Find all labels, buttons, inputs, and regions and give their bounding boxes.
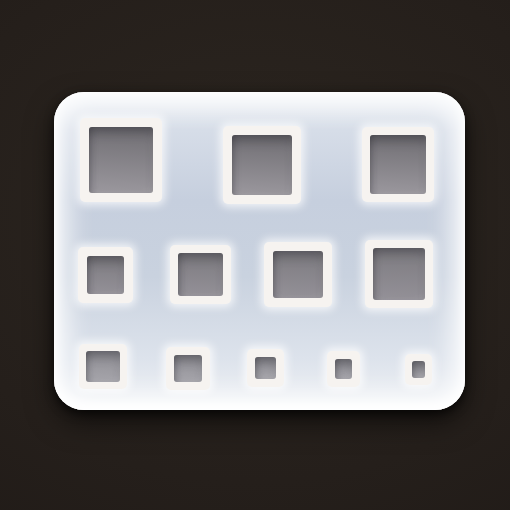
cavity-floor bbox=[273, 251, 323, 298]
mold-cavity-large-squares-1 bbox=[80, 118, 162, 202]
cavity-floor bbox=[335, 359, 352, 379]
mold-cavity-small-squares-3 bbox=[247, 349, 284, 387]
cavity-floor bbox=[174, 355, 202, 382]
cavity-floor bbox=[412, 361, 425, 378]
silicone-mold bbox=[54, 92, 465, 410]
mold-cavity-medium-squares-3 bbox=[264, 242, 332, 307]
mold-cavity-large-squares-2 bbox=[223, 126, 301, 204]
mold-cavity-medium-squares-4 bbox=[365, 240, 433, 308]
mold-cavity-medium-squares-1 bbox=[78, 247, 133, 303]
cavity-floor bbox=[178, 253, 223, 296]
cavity-floor bbox=[87, 256, 124, 294]
cavity-floor bbox=[370, 135, 426, 194]
cavity-floor bbox=[232, 135, 292, 195]
mold-cavity-small-squares-5 bbox=[405, 354, 432, 385]
cavity-floor bbox=[86, 351, 120, 382]
cavity-floor bbox=[373, 248, 425, 300]
mold-cavity-large-squares-3 bbox=[362, 127, 434, 202]
cavity-floor bbox=[89, 127, 153, 193]
mold-cavity-medium-squares-2 bbox=[170, 245, 231, 304]
mold-cavity-small-squares-4 bbox=[327, 351, 360, 387]
cavity-floor bbox=[255, 357, 276, 379]
mold-cavity-small-squares-2 bbox=[166, 347, 210, 390]
mold-cavity-small-squares-1 bbox=[79, 344, 127, 389]
